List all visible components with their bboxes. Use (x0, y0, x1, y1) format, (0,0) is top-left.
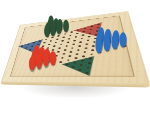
peg-green[interactable]: ● (44, 23, 50, 39)
peg-blue[interactable]: ● (119, 29, 127, 49)
peg-blue[interactable]: ● (103, 33, 111, 53)
peg-blue[interactable]: ● (95, 35, 103, 54)
peg-red[interactable]: ● (42, 50, 49, 68)
peg-red[interactable]: ● (49, 48, 56, 66)
peg-green[interactable]: ● (56, 19, 62, 35)
photo-scene: ●●●●●●●●●●●●●●●●●●●●●●●●●●●●●● (0, 0, 150, 120)
peg-green[interactable]: ● (50, 21, 56, 37)
peg-blue[interactable]: ● (111, 31, 119, 51)
peg-green[interactable]: ● (62, 17, 68, 33)
pegs-layer: ●●●●●●●●●●●●●●●●●●●●●●●●●●●●●● (0, 0, 150, 120)
peg-red[interactable]: ● (28, 54, 35, 72)
peg-red[interactable]: ● (35, 52, 42, 70)
